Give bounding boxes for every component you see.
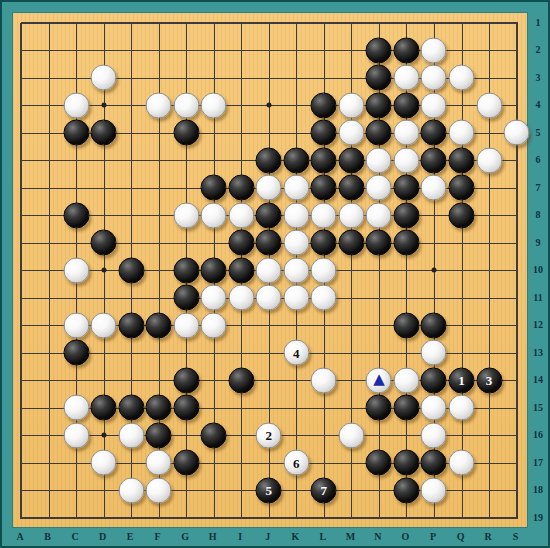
point-N4[interactable] [365, 92, 392, 119]
point-G17[interactable] [173, 449, 200, 476]
point-E18[interactable] [118, 477, 145, 504]
point-Q8[interactable] [448, 202, 475, 229]
point-M3[interactable] [338, 64, 365, 91]
point-H10[interactable] [200, 257, 227, 284]
point-A16[interactable] [8, 422, 35, 449]
point-H6[interactable] [200, 147, 227, 174]
point-S4[interactable] [503, 92, 530, 119]
point-R6[interactable] [476, 147, 503, 174]
point-P18[interactable] [420, 477, 447, 504]
point-L11[interactable] [310, 284, 337, 311]
point-O1[interactable] [393, 9, 420, 36]
point-D2[interactable] [90, 37, 117, 64]
point-H4[interactable] [200, 92, 227, 119]
point-J17[interactable] [255, 449, 282, 476]
point-B2[interactable] [35, 37, 62, 64]
point-F5[interactable] [145, 119, 172, 146]
point-P2[interactable] [420, 37, 447, 64]
point-F15[interactable] [145, 394, 172, 421]
point-I17[interactable] [228, 449, 255, 476]
point-D18[interactable] [90, 477, 117, 504]
point-E4[interactable] [118, 92, 145, 119]
point-O15[interactable] [393, 394, 420, 421]
point-S19[interactable] [503, 504, 530, 531]
point-B4[interactable] [35, 92, 62, 119]
point-R7[interactable] [476, 174, 503, 201]
point-B19[interactable] [35, 504, 62, 531]
point-L1[interactable] [310, 9, 337, 36]
point-L14[interactable] [310, 367, 337, 394]
point-R15[interactable] [476, 394, 503, 421]
point-L9[interactable] [310, 229, 337, 256]
point-A14[interactable] [8, 367, 35, 394]
point-B7[interactable] [35, 174, 62, 201]
point-O14[interactable] [393, 367, 420, 394]
point-G19[interactable] [173, 504, 200, 531]
point-G16[interactable] [173, 422, 200, 449]
point-B14[interactable] [35, 367, 62, 394]
point-O7[interactable] [393, 174, 420, 201]
point-G8[interactable] [173, 202, 200, 229]
point-M19[interactable] [338, 504, 365, 531]
point-S16[interactable] [503, 422, 530, 449]
point-B1[interactable] [35, 9, 62, 36]
point-B10[interactable] [35, 257, 62, 284]
point-A6[interactable] [8, 147, 35, 174]
point-I5[interactable] [228, 119, 255, 146]
point-M17[interactable] [338, 449, 365, 476]
point-O10[interactable] [393, 257, 420, 284]
point-J2[interactable] [255, 37, 282, 64]
point-J19[interactable] [255, 504, 282, 531]
point-L10[interactable] [310, 257, 337, 284]
point-L13[interactable] [310, 339, 337, 366]
point-S13[interactable] [503, 339, 530, 366]
point-S6[interactable] [503, 147, 530, 174]
point-D13[interactable] [90, 339, 117, 366]
point-Q1[interactable] [448, 9, 475, 36]
point-K7[interactable] [283, 174, 310, 201]
point-M14[interactable] [338, 367, 365, 394]
point-A7[interactable] [8, 174, 35, 201]
point-G18[interactable] [173, 477, 200, 504]
point-H19[interactable] [200, 504, 227, 531]
point-E19[interactable] [118, 504, 145, 531]
point-B8[interactable] [35, 202, 62, 229]
point-A8[interactable] [8, 202, 35, 229]
point-K4[interactable] [283, 92, 310, 119]
point-K17[interactable]: 6 [283, 449, 310, 476]
point-E6[interactable] [118, 147, 145, 174]
point-P6[interactable] [420, 147, 447, 174]
point-I1[interactable] [228, 9, 255, 36]
point-G1[interactable] [173, 9, 200, 36]
point-H14[interactable] [200, 367, 227, 394]
point-K12[interactable] [283, 312, 310, 339]
point-L16[interactable] [310, 422, 337, 449]
point-Q9[interactable] [448, 229, 475, 256]
point-I2[interactable] [228, 37, 255, 64]
point-J15[interactable] [255, 394, 282, 421]
point-Q16[interactable] [448, 422, 475, 449]
point-K3[interactable] [283, 64, 310, 91]
point-N12[interactable] [365, 312, 392, 339]
point-C7[interactable] [63, 174, 90, 201]
point-C4[interactable] [63, 92, 90, 119]
point-I9[interactable] [228, 229, 255, 256]
point-I16[interactable] [228, 422, 255, 449]
point-P9[interactable] [420, 229, 447, 256]
point-E8[interactable] [118, 202, 145, 229]
point-N6[interactable] [365, 147, 392, 174]
point-S11[interactable] [503, 284, 530, 311]
point-L4[interactable] [310, 92, 337, 119]
point-P3[interactable] [420, 64, 447, 91]
point-G7[interactable] [173, 174, 200, 201]
point-M16[interactable] [338, 422, 365, 449]
point-C1[interactable] [63, 9, 90, 36]
point-M10[interactable] [338, 257, 365, 284]
point-P1[interactable] [420, 9, 447, 36]
point-K13[interactable]: 4 [283, 339, 310, 366]
point-Q17[interactable] [448, 449, 475, 476]
point-P10[interactable] [420, 257, 447, 284]
point-H13[interactable] [200, 339, 227, 366]
point-K18[interactable] [283, 477, 310, 504]
point-J18[interactable]: 5 [255, 477, 282, 504]
point-A11[interactable] [8, 284, 35, 311]
point-C10[interactable] [63, 257, 90, 284]
point-E2[interactable] [118, 37, 145, 64]
point-G4[interactable] [173, 92, 200, 119]
point-C16[interactable] [63, 422, 90, 449]
point-O18[interactable] [393, 477, 420, 504]
point-O4[interactable] [393, 92, 420, 119]
point-B13[interactable] [35, 339, 62, 366]
point-H3[interactable] [200, 64, 227, 91]
point-R11[interactable] [476, 284, 503, 311]
point-G13[interactable] [173, 339, 200, 366]
point-C12[interactable] [63, 312, 90, 339]
point-E16[interactable] [118, 422, 145, 449]
point-D17[interactable] [90, 449, 117, 476]
point-S15[interactable] [503, 394, 530, 421]
point-M13[interactable] [338, 339, 365, 366]
point-A5[interactable] [8, 119, 35, 146]
point-R14[interactable]: 3 [476, 367, 503, 394]
point-J16[interactable]: 2 [255, 422, 282, 449]
point-J10[interactable] [255, 257, 282, 284]
point-O5[interactable] [393, 119, 420, 146]
point-D19[interactable] [90, 504, 117, 531]
point-F7[interactable] [145, 174, 172, 201]
point-M2[interactable] [338, 37, 365, 64]
point-F10[interactable] [145, 257, 172, 284]
point-N11[interactable] [365, 284, 392, 311]
point-F1[interactable] [145, 9, 172, 36]
point-G3[interactable] [173, 64, 200, 91]
point-C5[interactable] [63, 119, 90, 146]
point-M11[interactable] [338, 284, 365, 311]
point-K14[interactable] [283, 367, 310, 394]
point-R12[interactable] [476, 312, 503, 339]
point-A2[interactable] [8, 37, 35, 64]
point-N7[interactable] [365, 174, 392, 201]
point-E13[interactable] [118, 339, 145, 366]
point-P4[interactable] [420, 92, 447, 119]
point-G9[interactable] [173, 229, 200, 256]
point-R9[interactable] [476, 229, 503, 256]
point-K11[interactable] [283, 284, 310, 311]
point-O9[interactable] [393, 229, 420, 256]
point-F11[interactable] [145, 284, 172, 311]
point-E3[interactable] [118, 64, 145, 91]
point-P14[interactable] [420, 367, 447, 394]
point-D1[interactable] [90, 9, 117, 36]
point-B3[interactable] [35, 64, 62, 91]
point-N10[interactable] [365, 257, 392, 284]
point-L8[interactable] [310, 202, 337, 229]
point-R16[interactable] [476, 422, 503, 449]
point-S17[interactable] [503, 449, 530, 476]
point-N9[interactable] [365, 229, 392, 256]
point-A15[interactable] [8, 394, 35, 421]
point-S1[interactable] [503, 9, 530, 36]
point-C6[interactable] [63, 147, 90, 174]
point-Q6[interactable] [448, 147, 475, 174]
point-J12[interactable] [255, 312, 282, 339]
point-N18[interactable] [365, 477, 392, 504]
point-O17[interactable] [393, 449, 420, 476]
point-E5[interactable] [118, 119, 145, 146]
point-F2[interactable] [145, 37, 172, 64]
point-K2[interactable] [283, 37, 310, 64]
point-Q15[interactable] [448, 394, 475, 421]
point-Q13[interactable] [448, 339, 475, 366]
point-K5[interactable] [283, 119, 310, 146]
point-E14[interactable] [118, 367, 145, 394]
point-L2[interactable] [310, 37, 337, 64]
point-S3[interactable] [503, 64, 530, 91]
point-N13[interactable] [365, 339, 392, 366]
point-O13[interactable] [393, 339, 420, 366]
point-E7[interactable] [118, 174, 145, 201]
point-C13[interactable] [63, 339, 90, 366]
point-L19[interactable] [310, 504, 337, 531]
point-R17[interactable] [476, 449, 503, 476]
point-K1[interactable] [283, 9, 310, 36]
point-I10[interactable] [228, 257, 255, 284]
point-D16[interactable] [90, 422, 117, 449]
point-O6[interactable] [393, 147, 420, 174]
point-S18[interactable] [503, 477, 530, 504]
point-I6[interactable] [228, 147, 255, 174]
point-Q12[interactable] [448, 312, 475, 339]
point-Q14[interactable]: 1 [448, 367, 475, 394]
point-R19[interactable] [476, 504, 503, 531]
point-Q11[interactable] [448, 284, 475, 311]
point-G10[interactable] [173, 257, 200, 284]
point-R4[interactable] [476, 92, 503, 119]
point-H18[interactable] [200, 477, 227, 504]
point-C3[interactable] [63, 64, 90, 91]
point-E12[interactable] [118, 312, 145, 339]
point-F19[interactable] [145, 504, 172, 531]
point-C19[interactable] [63, 504, 90, 531]
point-R13[interactable] [476, 339, 503, 366]
point-H5[interactable] [200, 119, 227, 146]
point-C8[interactable] [63, 202, 90, 229]
point-P19[interactable] [420, 504, 447, 531]
point-P13[interactable] [420, 339, 447, 366]
point-F8[interactable] [145, 202, 172, 229]
point-B15[interactable] [35, 394, 62, 421]
point-E1[interactable] [118, 9, 145, 36]
point-M6[interactable] [338, 147, 365, 174]
point-D3[interactable] [90, 64, 117, 91]
point-N3[interactable] [365, 64, 392, 91]
point-C15[interactable] [63, 394, 90, 421]
point-B5[interactable] [35, 119, 62, 146]
point-K9[interactable] [283, 229, 310, 256]
point-O2[interactable] [393, 37, 420, 64]
point-Q5[interactable] [448, 119, 475, 146]
point-N14[interactable]: ▲ [365, 367, 392, 394]
point-N5[interactable] [365, 119, 392, 146]
point-P16[interactable] [420, 422, 447, 449]
point-F13[interactable] [145, 339, 172, 366]
point-I3[interactable] [228, 64, 255, 91]
point-E9[interactable] [118, 229, 145, 256]
point-L7[interactable] [310, 174, 337, 201]
point-F9[interactable] [145, 229, 172, 256]
point-D6[interactable] [90, 147, 117, 174]
point-P17[interactable] [420, 449, 447, 476]
point-A1[interactable] [8, 9, 35, 36]
point-D14[interactable] [90, 367, 117, 394]
point-M1[interactable] [338, 9, 365, 36]
point-I7[interactable] [228, 174, 255, 201]
point-I13[interactable] [228, 339, 255, 366]
point-P5[interactable] [420, 119, 447, 146]
point-S5[interactable] [503, 119, 530, 146]
point-E10[interactable] [118, 257, 145, 284]
point-B17[interactable] [35, 449, 62, 476]
point-L18[interactable]: 7 [310, 477, 337, 504]
point-L3[interactable] [310, 64, 337, 91]
point-J1[interactable] [255, 9, 282, 36]
point-I4[interactable] [228, 92, 255, 119]
point-P15[interactable] [420, 394, 447, 421]
point-E15[interactable] [118, 394, 145, 421]
point-S9[interactable] [503, 229, 530, 256]
point-I15[interactable] [228, 394, 255, 421]
point-I14[interactable] [228, 367, 255, 394]
point-A17[interactable] [8, 449, 35, 476]
point-D10[interactable] [90, 257, 117, 284]
point-L17[interactable] [310, 449, 337, 476]
point-G12[interactable] [173, 312, 200, 339]
point-N17[interactable] [365, 449, 392, 476]
point-J11[interactable] [255, 284, 282, 311]
point-M15[interactable] [338, 394, 365, 421]
point-M9[interactable] [338, 229, 365, 256]
point-O16[interactable] [393, 422, 420, 449]
point-F17[interactable] [145, 449, 172, 476]
point-A9[interactable] [8, 229, 35, 256]
point-B9[interactable] [35, 229, 62, 256]
point-G15[interactable] [173, 394, 200, 421]
point-I11[interactable] [228, 284, 255, 311]
point-G5[interactable] [173, 119, 200, 146]
point-L15[interactable] [310, 394, 337, 421]
point-C11[interactable] [63, 284, 90, 311]
point-H9[interactable] [200, 229, 227, 256]
point-L6[interactable] [310, 147, 337, 174]
point-L5[interactable] [310, 119, 337, 146]
point-E17[interactable] [118, 449, 145, 476]
point-R1[interactable] [476, 9, 503, 36]
point-F12[interactable] [145, 312, 172, 339]
point-Q19[interactable] [448, 504, 475, 531]
point-R18[interactable] [476, 477, 503, 504]
point-C17[interactable] [63, 449, 90, 476]
point-M12[interactable] [338, 312, 365, 339]
point-G2[interactable] [173, 37, 200, 64]
point-Q7[interactable] [448, 174, 475, 201]
point-C9[interactable] [63, 229, 90, 256]
point-J6[interactable] [255, 147, 282, 174]
point-N2[interactable] [365, 37, 392, 64]
point-B6[interactable] [35, 147, 62, 174]
point-H12[interactable] [200, 312, 227, 339]
point-R10[interactable] [476, 257, 503, 284]
point-F16[interactable] [145, 422, 172, 449]
point-K19[interactable] [283, 504, 310, 531]
point-O8[interactable] [393, 202, 420, 229]
point-A4[interactable] [8, 92, 35, 119]
point-K8[interactable] [283, 202, 310, 229]
point-I8[interactable] [228, 202, 255, 229]
point-B11[interactable] [35, 284, 62, 311]
point-D4[interactable] [90, 92, 117, 119]
point-K16[interactable] [283, 422, 310, 449]
point-A12[interactable] [8, 312, 35, 339]
point-C14[interactable] [63, 367, 90, 394]
point-N15[interactable] [365, 394, 392, 421]
point-H2[interactable] [200, 37, 227, 64]
point-C18[interactable] [63, 477, 90, 504]
point-M4[interactable] [338, 92, 365, 119]
point-Q18[interactable] [448, 477, 475, 504]
point-G11[interactable] [173, 284, 200, 311]
point-K15[interactable] [283, 394, 310, 421]
point-P8[interactable] [420, 202, 447, 229]
point-H1[interactable] [200, 9, 227, 36]
point-J5[interactable] [255, 119, 282, 146]
point-H15[interactable] [200, 394, 227, 421]
point-I12[interactable] [228, 312, 255, 339]
point-B16[interactable] [35, 422, 62, 449]
point-C2[interactable] [63, 37, 90, 64]
point-J8[interactable] [255, 202, 282, 229]
point-J7[interactable] [255, 174, 282, 201]
point-O12[interactable] [393, 312, 420, 339]
point-S7[interactable] [503, 174, 530, 201]
point-K10[interactable] [283, 257, 310, 284]
point-P11[interactable] [420, 284, 447, 311]
point-H8[interactable] [200, 202, 227, 229]
